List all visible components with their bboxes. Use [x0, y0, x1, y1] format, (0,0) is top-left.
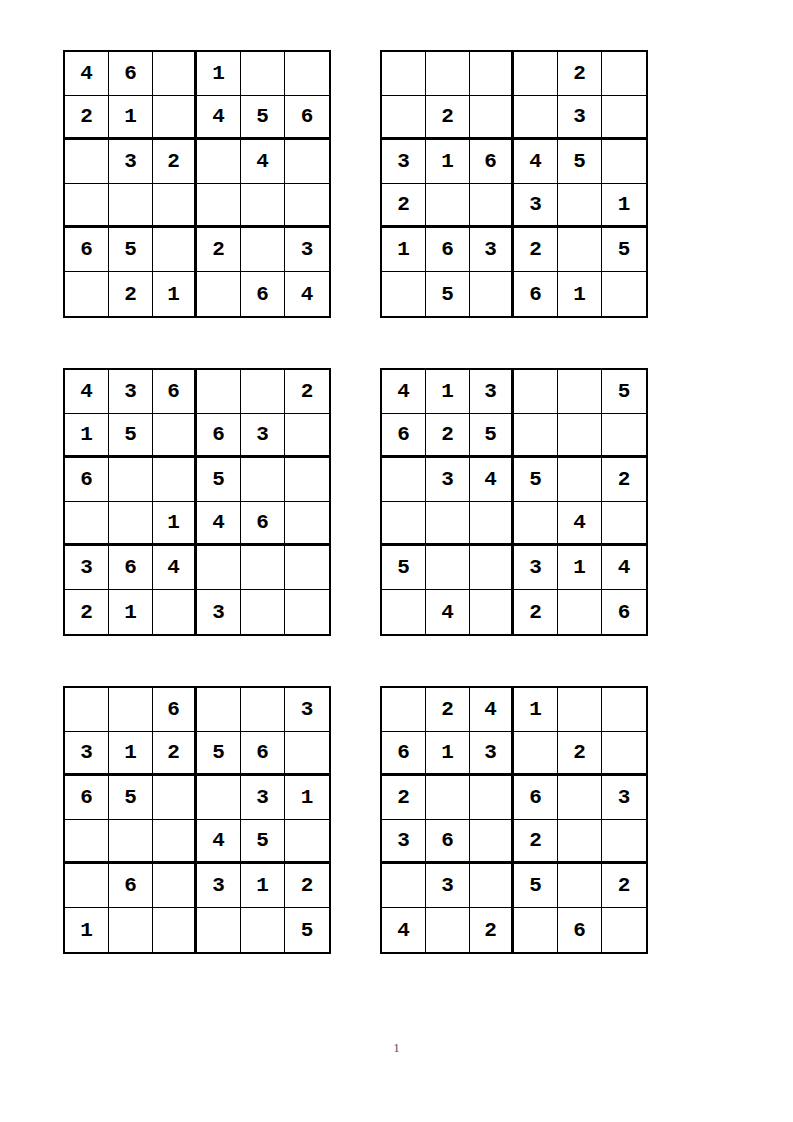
cell-r3c2: [426, 776, 470, 820]
cell-r2c4: 5: [197, 732, 241, 776]
cell-r6c2: [426, 908, 470, 952]
sudoku-board-2: 2233164523116325561: [380, 50, 648, 318]
cell-r6c1: 2: [65, 590, 109, 634]
cell-r6c4: [197, 272, 241, 316]
cell-r5c1: 1: [382, 228, 426, 272]
cell-r3c4: 6: [514, 776, 558, 820]
cell-r1c5: [558, 370, 602, 414]
cell-r3c4: 5: [514, 458, 558, 502]
cell-r1c3: [470, 52, 514, 96]
cell-r2c1: 3: [65, 732, 109, 776]
cell-r4c4: 2: [514, 820, 558, 864]
cell-r4c4: 3: [514, 184, 558, 228]
sudoku-board-5: 6331256653145631215: [63, 686, 331, 954]
cell-r4c4: [197, 184, 241, 228]
cell-r6c5: 1: [558, 272, 602, 316]
cell-r6c4: [514, 908, 558, 952]
cell-r1c1: 4: [65, 370, 109, 414]
cell-r2c6: [602, 732, 646, 776]
cell-r4c5: 5: [241, 820, 285, 864]
cell-r4c3: [470, 184, 514, 228]
cell-r6c2: [109, 908, 153, 952]
cell-r6c6: [602, 272, 646, 316]
cell-r3c3: [153, 458, 197, 502]
cell-r6c1: 4: [382, 908, 426, 952]
cell-r3c3: 2: [153, 140, 197, 184]
cell-r5c1: 5: [382, 546, 426, 590]
cell-r1c3: 6: [153, 688, 197, 732]
cell-r2c1: [382, 96, 426, 140]
cell-r2c3: [153, 414, 197, 458]
cell-r6c3: [470, 272, 514, 316]
cell-r3c6: 3: [602, 776, 646, 820]
cell-r6c4: [197, 908, 241, 952]
cell-r3c2: 3: [426, 458, 470, 502]
cell-r4c2: [426, 184, 470, 228]
cell-r5c4: 5: [514, 864, 558, 908]
cell-r2c3: 3: [470, 732, 514, 776]
cell-r6c3: [153, 590, 197, 634]
cell-r4c3: 1: [153, 502, 197, 546]
cell-r4c5: [558, 184, 602, 228]
cell-r2c2: 2: [426, 96, 470, 140]
cell-r4c2: [109, 502, 153, 546]
cell-r5c5: 1: [558, 546, 602, 590]
cell-r2c2: 1: [426, 732, 470, 776]
cell-r5c2: 3: [426, 864, 470, 908]
cell-r1c4: [197, 370, 241, 414]
cell-r1c4: [197, 688, 241, 732]
cell-r4c6: [285, 820, 329, 864]
cell-r4c6: [602, 820, 646, 864]
cell-r5c4: [197, 546, 241, 590]
cell-r2c5: 5: [241, 96, 285, 140]
cell-r5c3: [153, 864, 197, 908]
cell-r3c3: [153, 776, 197, 820]
cell-r5c6: 2: [602, 864, 646, 908]
cell-r4c4: [514, 502, 558, 546]
cell-r3c4: 4: [514, 140, 558, 184]
cell-r3c6: 2: [602, 458, 646, 502]
cell-r1c4: 1: [514, 688, 558, 732]
cell-r5c2: 6: [426, 228, 470, 272]
cell-r4c6: [285, 502, 329, 546]
cell-r4c1: [65, 820, 109, 864]
cell-r4c3: [153, 820, 197, 864]
cell-r2c3: [153, 96, 197, 140]
cell-r2c6: [285, 414, 329, 458]
cell-r1c3: 6: [153, 370, 197, 414]
cell-r4c3: [470, 820, 514, 864]
cell-r1c2: 1: [426, 370, 470, 414]
cell-r1c4: [514, 52, 558, 96]
cell-r6c1: [382, 272, 426, 316]
cell-r1c2: 6: [109, 52, 153, 96]
cell-r1c6: [602, 688, 646, 732]
cell-r2c3: 2: [153, 732, 197, 776]
cell-r2c4: [514, 96, 558, 140]
cell-r5c1: [65, 864, 109, 908]
cell-r3c1: 3: [382, 140, 426, 184]
cell-r6c2: 4: [426, 590, 470, 634]
cell-r6c3: [153, 908, 197, 952]
cell-r4c3: [153, 184, 197, 228]
cell-r5c5: [241, 546, 285, 590]
cell-r3c3: 6: [470, 140, 514, 184]
cell-r1c1: [382, 688, 426, 732]
cell-r3c6: [285, 140, 329, 184]
sudoku-board-4: 4135625345245314426: [380, 368, 648, 636]
cell-r5c3: [470, 864, 514, 908]
cell-r4c5: [241, 184, 285, 228]
cell-r1c4: 1: [197, 52, 241, 96]
cell-r5c1: 3: [65, 546, 109, 590]
cell-r2c4: [514, 414, 558, 458]
cell-r2c1: 2: [65, 96, 109, 140]
cell-r6c3: [470, 590, 514, 634]
cell-r3c1: 6: [65, 458, 109, 502]
cell-r1c5: [558, 688, 602, 732]
cell-r5c6: 3: [285, 228, 329, 272]
cell-r6c3: 2: [470, 908, 514, 952]
cell-r5c6: [285, 546, 329, 590]
cell-r4c2: [109, 184, 153, 228]
cell-r4c6: [602, 502, 646, 546]
cell-r5c5: [241, 228, 285, 272]
cell-r1c2: 3: [109, 370, 153, 414]
cell-r3c2: [109, 458, 153, 502]
cell-r1c6: [602, 52, 646, 96]
cell-r3c2: 5: [109, 776, 153, 820]
cell-r4c3: [470, 502, 514, 546]
cell-r1c4: [514, 370, 558, 414]
cell-r6c6: [285, 590, 329, 634]
cell-r4c2: [426, 502, 470, 546]
cell-r5c4: 2: [197, 228, 241, 272]
cell-r1c6: 3: [285, 688, 329, 732]
cell-r5c4: 3: [514, 546, 558, 590]
cell-r4c1: [382, 502, 426, 546]
cell-r3c2: 1: [426, 140, 470, 184]
sudoku-board-3: 4362156365146364213: [63, 368, 331, 636]
cell-r6c1: 1: [65, 908, 109, 952]
cell-r6c4: 2: [514, 590, 558, 634]
cell-r1c6: 2: [285, 370, 329, 414]
cell-r2c2: 1: [109, 96, 153, 140]
cell-r3c6: [602, 140, 646, 184]
cell-r3c5: 5: [558, 140, 602, 184]
cell-r5c3: [153, 228, 197, 272]
cell-r3c5: [558, 458, 602, 502]
cell-r2c4: 4: [197, 96, 241, 140]
cell-r5c2: 6: [109, 864, 153, 908]
cell-r4c4: 4: [197, 820, 241, 864]
cell-r3c5: 3: [241, 776, 285, 820]
cell-r5c3: 4: [153, 546, 197, 590]
cell-r3c5: [558, 776, 602, 820]
cell-r1c2: [426, 52, 470, 96]
cell-r2c2: 1: [109, 732, 153, 776]
cell-r6c2: 5: [426, 272, 470, 316]
cell-r4c5: [558, 820, 602, 864]
cell-r6c1: [65, 272, 109, 316]
cell-r1c5: [241, 688, 285, 732]
cell-r5c5: 1: [241, 864, 285, 908]
cell-r1c6: 5: [602, 370, 646, 414]
cell-r3c2: 3: [109, 140, 153, 184]
cell-r1c1: 4: [65, 52, 109, 96]
cell-r1c3: 3: [470, 370, 514, 414]
cell-r3c3: 4: [470, 458, 514, 502]
cell-r4c1: [65, 502, 109, 546]
cell-r6c5: [558, 590, 602, 634]
cell-r6c6: 5: [285, 908, 329, 952]
cell-r1c5: [241, 370, 285, 414]
cell-r5c6: 4: [602, 546, 646, 590]
cell-r2c2: 5: [109, 414, 153, 458]
cell-r6c4: 6: [514, 272, 558, 316]
cell-r6c3: 1: [153, 272, 197, 316]
cell-r2c6: [602, 96, 646, 140]
cell-r6c1: [382, 590, 426, 634]
cell-r2c1: 1: [65, 414, 109, 458]
cell-r4c6: 1: [602, 184, 646, 228]
cell-r1c1: 4: [382, 370, 426, 414]
cell-r2c4: 6: [197, 414, 241, 458]
cell-r3c6: [285, 458, 329, 502]
cell-r2c2: 2: [426, 414, 470, 458]
cell-r5c2: 5: [109, 228, 153, 272]
cell-r5c6: 2: [285, 864, 329, 908]
cell-r5c2: [426, 546, 470, 590]
cell-r5c4: 2: [514, 228, 558, 272]
cell-r1c3: 4: [470, 688, 514, 732]
cell-r3c5: 4: [241, 140, 285, 184]
cell-r4c4: 4: [197, 502, 241, 546]
cell-r2c5: 2: [558, 732, 602, 776]
cell-r6c5: [241, 908, 285, 952]
cell-r2c3: [470, 96, 514, 140]
cell-r6c5: 6: [558, 908, 602, 952]
cell-r3c5: [241, 458, 285, 502]
sudoku-worksheet-page: 4612145632465232164 2233164523116325561 …: [0, 0, 793, 1122]
cell-r1c2: 2: [426, 688, 470, 732]
cell-r3c1: 6: [65, 776, 109, 820]
cell-r4c2: [109, 820, 153, 864]
cell-r5c5: [558, 864, 602, 908]
cell-r1c5: 2: [558, 52, 602, 96]
cell-r2c6: [602, 414, 646, 458]
cell-r6c6: 4: [285, 272, 329, 316]
cell-r4c1: 3: [382, 820, 426, 864]
cell-r3c4: 5: [197, 458, 241, 502]
cell-r1c1: [65, 688, 109, 732]
cell-r5c1: 6: [65, 228, 109, 272]
cell-r2c1: 6: [382, 414, 426, 458]
cell-r3c3: [470, 776, 514, 820]
cell-r2c3: 5: [470, 414, 514, 458]
cell-r5c2: 6: [109, 546, 153, 590]
cell-r1c6: [285, 52, 329, 96]
cell-r5c4: 3: [197, 864, 241, 908]
cell-r3c6: 1: [285, 776, 329, 820]
cell-r2c4: [514, 732, 558, 776]
cell-r3c4: [197, 776, 241, 820]
cell-r4c5: 6: [241, 502, 285, 546]
cell-r2c5: 6: [241, 732, 285, 776]
cell-r1c5: [241, 52, 285, 96]
cell-r5c5: [558, 228, 602, 272]
cell-r1c1: [382, 52, 426, 96]
cell-r3c1: [65, 140, 109, 184]
cell-r1c2: [109, 688, 153, 732]
cell-r6c4: 3: [197, 590, 241, 634]
cell-r4c2: 6: [426, 820, 470, 864]
cell-r2c5: 3: [558, 96, 602, 140]
cell-r4c1: [65, 184, 109, 228]
sudoku-board-6: 2416132263362352426: [380, 686, 648, 954]
cell-r4c5: 4: [558, 502, 602, 546]
cell-r2c6: [285, 732, 329, 776]
cell-r2c5: [558, 414, 602, 458]
cell-r5c6: 5: [602, 228, 646, 272]
cell-r6c5: [241, 590, 285, 634]
cell-r1c3: [153, 52, 197, 96]
cell-r4c6: [285, 184, 329, 228]
cell-r5c3: 3: [470, 228, 514, 272]
cell-r3c4: [197, 140, 241, 184]
cell-r6c6: 6: [602, 590, 646, 634]
cell-r5c3: [470, 546, 514, 590]
page-number: 1: [0, 1040, 793, 1056]
cell-r4c1: 2: [382, 184, 426, 228]
cell-r6c5: 6: [241, 272, 285, 316]
cell-r2c5: 3: [241, 414, 285, 458]
cell-r2c6: 6: [285, 96, 329, 140]
cell-r6c2: 1: [109, 590, 153, 634]
cell-r3c1: 2: [382, 776, 426, 820]
cell-r2c1: 6: [382, 732, 426, 776]
cell-r6c2: 2: [109, 272, 153, 316]
cell-r6c6: [602, 908, 646, 952]
cell-r5c1: [382, 864, 426, 908]
sudoku-board-1: 4612145632465232164: [63, 50, 331, 318]
cell-r3c1: [382, 458, 426, 502]
